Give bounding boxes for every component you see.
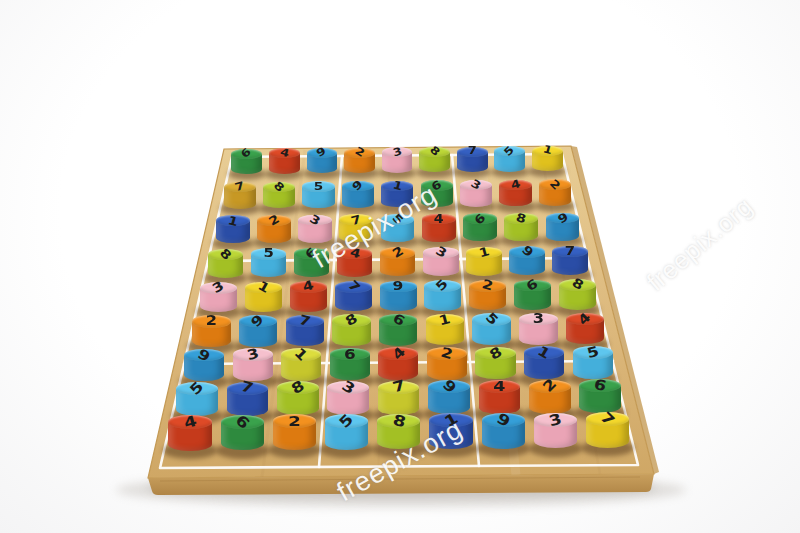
peg-number: 1 bbox=[391, 179, 403, 192]
peg-number: 2 bbox=[353, 146, 366, 160]
peg-number: 1 bbox=[226, 214, 239, 228]
peg-number: 7 bbox=[240, 380, 255, 397]
peg-number: 2 bbox=[390, 245, 405, 261]
peg-top: 7 bbox=[286, 315, 325, 327]
peg-number: 1 bbox=[542, 145, 553, 158]
sudoku-peg-r1c3[interactable]: 9 bbox=[307, 148, 338, 181]
sudoku-peg-r2c1[interactable]: 7 bbox=[224, 182, 256, 217]
peg-top: 6 bbox=[330, 348, 370, 361]
peg-top: 3 bbox=[519, 313, 558, 325]
peg-number: 3 bbox=[245, 346, 260, 362]
peg-number: 9 bbox=[393, 280, 404, 293]
peg-number: 2 bbox=[288, 414, 301, 429]
peg-number: 2 bbox=[440, 345, 455, 361]
peg-number: 5 bbox=[483, 311, 500, 328]
peg-number: 4 bbox=[301, 280, 315, 295]
peg-top: 7 bbox=[227, 382, 269, 395]
peg-top: 4 bbox=[499, 180, 531, 190]
peg-top: 9 bbox=[482, 413, 525, 427]
peg-top: 2 bbox=[380, 247, 415, 258]
peg-top: 1 bbox=[281, 348, 321, 361]
peg-number: 8 bbox=[391, 412, 407, 430]
sudoku-peg-r3c8[interactable]: 8 bbox=[504, 213, 538, 250]
peg-number: 1 bbox=[438, 312, 452, 328]
peg-number: 3 bbox=[533, 312, 544, 325]
peg-top: 9 bbox=[380, 281, 417, 293]
peg-number: 8 bbox=[515, 211, 528, 225]
sudoku-peg-r1c5[interactable]: 3 bbox=[382, 147, 413, 180]
peg-number: 4 bbox=[493, 379, 505, 393]
peg-top: 5 bbox=[302, 181, 334, 191]
peg-number: 7 bbox=[345, 278, 362, 295]
peg-number: 7 bbox=[391, 379, 406, 396]
peg-top: 4 bbox=[168, 415, 211, 429]
peg-top: 8 bbox=[504, 213, 538, 224]
peg-number: 1 bbox=[477, 245, 490, 259]
peg-top: 2 bbox=[539, 179, 571, 189]
peg-top: 2 bbox=[192, 315, 231, 327]
peg-number: 4 bbox=[182, 413, 198, 431]
peg-number: 4 bbox=[510, 178, 522, 191]
sudoku-photo-scene: 6492387517859163421237546898564231973147… bbox=[0, 0, 800, 533]
peg-top: 3 bbox=[423, 247, 458, 258]
peg-top: 3 bbox=[200, 282, 237, 294]
sudoku-peg-r1c7[interactable]: 7 bbox=[457, 147, 488, 180]
peg-number: 2 bbox=[548, 177, 563, 192]
sudoku-peg-r1c6[interactable]: 8 bbox=[419, 147, 450, 180]
peg-top: 8 bbox=[419, 147, 450, 157]
peg-top: 1 bbox=[216, 215, 250, 226]
peg-top: 8 bbox=[208, 249, 243, 260]
sudoku-peg-r1c1[interactable]: 6 bbox=[231, 149, 262, 182]
peg-number: 1 bbox=[292, 345, 310, 363]
sudoku-peg-r3c2[interactable]: 2 bbox=[257, 215, 291, 252]
peg-number: 3 bbox=[211, 280, 227, 296]
peg-top: 5 bbox=[251, 248, 286, 259]
peg-number: 7 bbox=[565, 245, 575, 257]
sudoku-peg-r9c4[interactable]: 5 bbox=[325, 414, 368, 460]
peg-top: 3 bbox=[534, 413, 577, 427]
peg-top: 1 bbox=[524, 346, 564, 359]
sudoku-peg-r1c8[interactable]: 5 bbox=[494, 146, 525, 179]
peg-number: 4 bbox=[279, 147, 290, 160]
peg-number: 5 bbox=[585, 344, 600, 360]
peg-top: 5 bbox=[472, 313, 511, 325]
peg-top: 7 bbox=[378, 381, 420, 394]
peg-number: 7 bbox=[468, 146, 477, 157]
peg-top: 4 bbox=[290, 281, 327, 293]
peg-top: 8 bbox=[263, 182, 295, 192]
peg-top: 3 bbox=[233, 348, 273, 361]
sudoku-peg-r1c4[interactable]: 2 bbox=[344, 148, 375, 181]
peg-top: 2 bbox=[427, 347, 467, 360]
peg-top: 8 bbox=[332, 314, 371, 326]
sudoku-peg-r9c1[interactable]: 4 bbox=[168, 415, 211, 461]
peg-number: 6 bbox=[240, 147, 254, 161]
peg-top: 4 bbox=[566, 313, 605, 325]
peg-number: 2 bbox=[540, 377, 559, 396]
sudoku-peg-r9c8[interactable]: 3 bbox=[534, 413, 577, 459]
sudoku-peg-r9c3[interactable]: 2 bbox=[273, 414, 316, 460]
peg-number: 6 bbox=[344, 347, 356, 361]
peg-top: 3 bbox=[327, 381, 369, 394]
peg-number: 4 bbox=[434, 213, 444, 225]
peg-top: 5 bbox=[573, 346, 613, 359]
sudoku-peg-r9c2[interactable]: 6 bbox=[221, 415, 264, 461]
sudoku-peg-r2c8[interactable]: 4 bbox=[499, 180, 531, 215]
peg-top: 5 bbox=[176, 382, 218, 395]
peg-top: 9 bbox=[307, 148, 338, 158]
peg-number: 2 bbox=[206, 315, 217, 328]
peg-top: 2 bbox=[257, 215, 291, 226]
sudoku-peg-r9c9[interactable]: 7 bbox=[586, 412, 629, 458]
peg-number: 3 bbox=[547, 411, 563, 429]
peg-number: 2 bbox=[481, 278, 495, 293]
peg-top: 5 bbox=[325, 414, 368, 428]
peg-top: 1 bbox=[466, 247, 501, 258]
peg-top: 6 bbox=[221, 415, 264, 429]
peg-number: 7 bbox=[234, 181, 246, 194]
peg-number: 9 bbox=[519, 244, 535, 260]
peg-number: 2 bbox=[267, 213, 281, 228]
sudoku-peg-r1c9[interactable]: 1 bbox=[532, 146, 563, 179]
peg-number: 6 bbox=[592, 377, 607, 394]
peg-top: 6 bbox=[231, 149, 262, 159]
peg-top: 8 bbox=[475, 347, 515, 360]
peg-number: 3 bbox=[391, 146, 402, 159]
peg-top: 9 bbox=[509, 246, 544, 257]
peg-number: 8 bbox=[343, 312, 359, 329]
sudoku-peg-r2c2[interactable]: 8 bbox=[263, 182, 295, 217]
peg-number: 5 bbox=[263, 248, 273, 260]
peg-top: 2 bbox=[529, 380, 571, 393]
sudoku-peg-r1c2[interactable]: 4 bbox=[269, 148, 300, 181]
peg-number: 7 bbox=[298, 313, 312, 329]
sudoku-peg-r2c4[interactable]: 9 bbox=[342, 181, 374, 216]
sudoku-peg-r2c7[interactable]: 3 bbox=[460, 180, 492, 215]
sudoku-peg-r2c9[interactable]: 2 bbox=[539, 179, 571, 214]
peg-top: 8 bbox=[377, 414, 420, 428]
peg-number: 6 bbox=[233, 412, 252, 431]
peg-top: 2 bbox=[469, 280, 506, 292]
sudoku-peg-r3c1[interactable]: 1 bbox=[216, 215, 250, 252]
peg-top: 7 bbox=[335, 281, 372, 293]
peg-top: 1 bbox=[426, 314, 465, 326]
peg-number: 9 bbox=[315, 146, 328, 160]
peg-top: 2 bbox=[344, 148, 375, 158]
sudoku-peg-r9c7[interactable]: 9 bbox=[482, 413, 525, 459]
sudoku-peg-r2c3[interactable]: 5 bbox=[302, 181, 334, 216]
peg-top: 8 bbox=[559, 279, 596, 291]
peg-top: 1 bbox=[532, 146, 563, 156]
peg-top: 7 bbox=[457, 147, 488, 157]
peg-number: 5 bbox=[314, 181, 323, 192]
